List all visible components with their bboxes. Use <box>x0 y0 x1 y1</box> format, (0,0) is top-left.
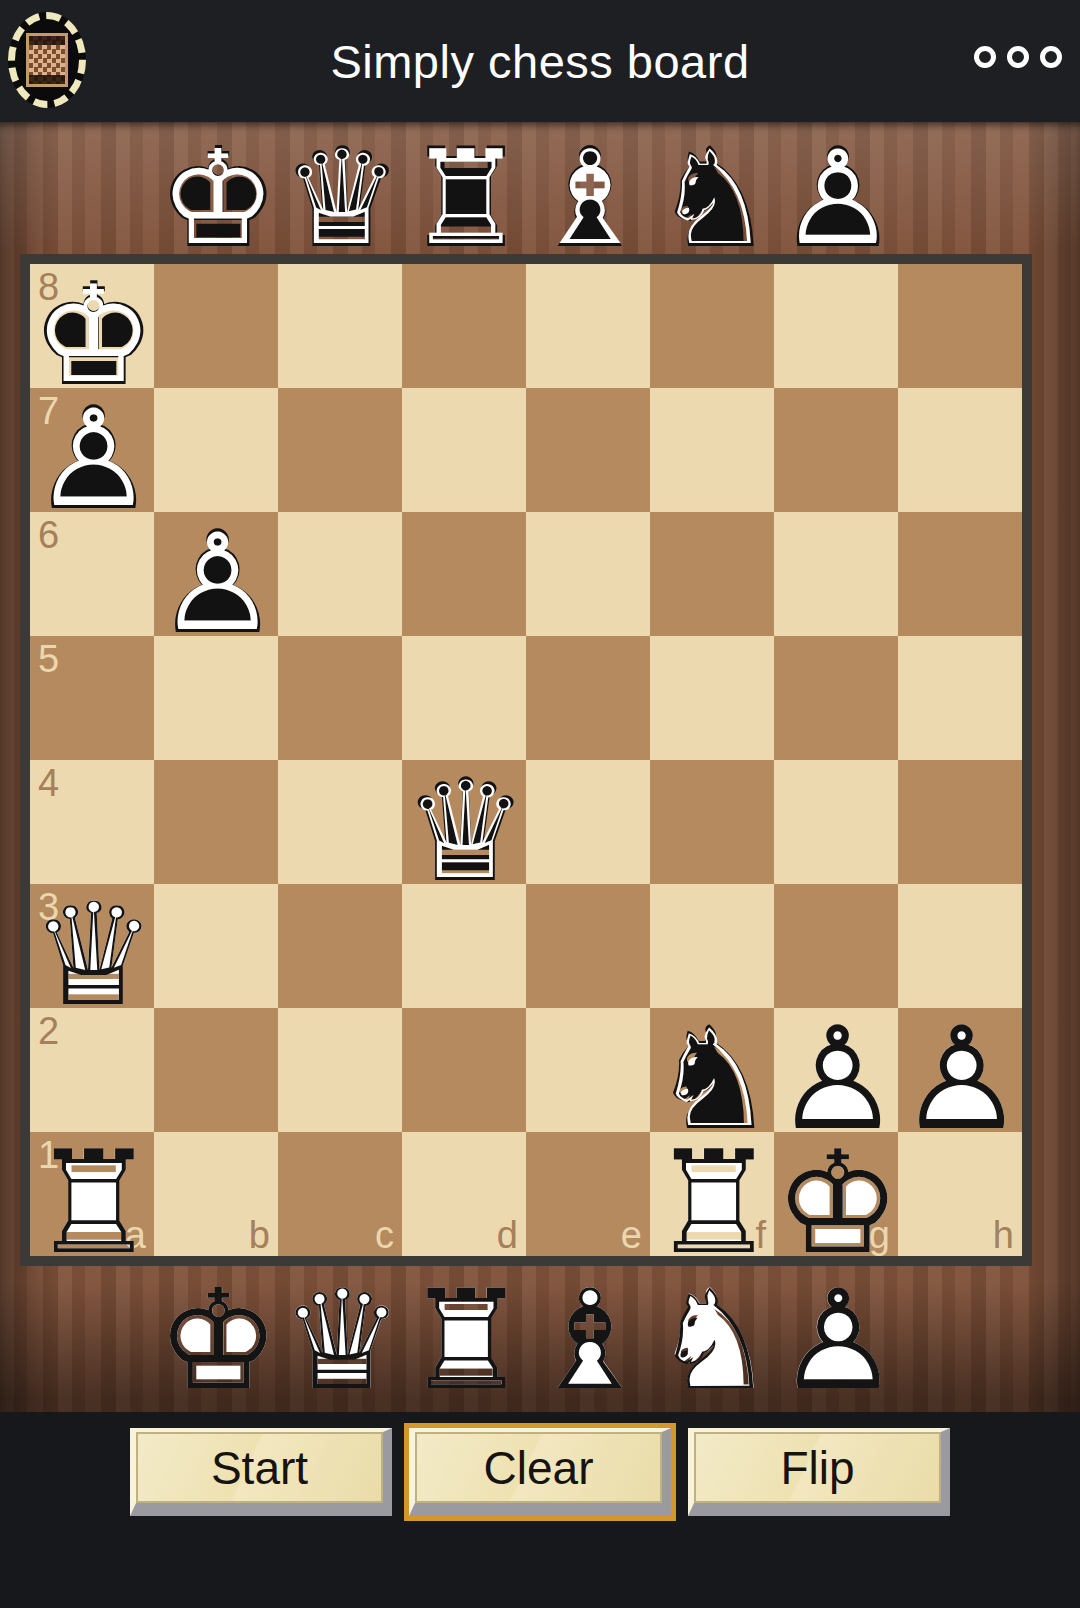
square-f8[interactable] <box>650 264 774 388</box>
flip-button[interactable]: Flip <box>688 1428 950 1516</box>
square-f4[interactable] <box>650 760 774 884</box>
start-button[interactable]: Start <box>130 1428 392 1516</box>
button-bar: Start Clear Flip <box>0 1428 1080 1516</box>
square-d8[interactable] <box>402 264 526 388</box>
square-h4[interactable] <box>898 760 1022 884</box>
square-e7[interactable] <box>526 388 650 512</box>
tray-white-knight[interactable]: ♞♘ <box>652 1272 776 1410</box>
square-b3[interactable] <box>154 884 278 1008</box>
square-g3[interactable] <box>774 884 898 1008</box>
square-h3[interactable] <box>898 884 1022 1008</box>
square-h1[interactable]: h <box>898 1132 1022 1256</box>
menu-dot-icon <box>1040 46 1062 68</box>
square-e2[interactable] <box>526 1008 650 1132</box>
square-a3[interactable]: 3♛♕ <box>30 884 154 1008</box>
black-knight: ♞♘ <box>650 1008 774 1132</box>
square-h2[interactable]: ♟♙ <box>898 1008 1022 1132</box>
square-b8[interactable] <box>154 264 278 388</box>
square-a1[interactable]: 1a♜♖ <box>30 1132 154 1256</box>
square-e4[interactable] <box>526 760 650 884</box>
square-g1[interactable]: g♚♔ <box>774 1132 898 1256</box>
square-f2[interactable]: ♞♘ <box>650 1008 774 1132</box>
square-b6[interactable]: ♟♙ <box>154 512 278 636</box>
white-queen: ♛♕ <box>30 884 154 1008</box>
square-a4[interactable]: 4 <box>30 760 154 884</box>
tray-white-pawn[interactable]: ♟♙ <box>776 1272 900 1410</box>
square-a2[interactable]: 2 <box>30 1008 154 1132</box>
square-d2[interactable] <box>402 1008 526 1132</box>
square-a8[interactable]: 8♚♔ <box>30 264 154 388</box>
white-bishop: ♝♗ <box>528 1272 652 1410</box>
black-queen: ♛♕ <box>280 130 404 268</box>
tray-white-bishop[interactable]: ♝♗ <box>528 1272 652 1410</box>
square-c4[interactable] <box>278 760 402 884</box>
menu-dot-icon <box>1007 46 1029 68</box>
tray-white-rook[interactable]: ♜♖ <box>404 1272 528 1410</box>
square-c1[interactable]: c <box>278 1132 402 1256</box>
square-b5[interactable] <box>154 636 278 760</box>
black-knight: ♞♘ <box>652 130 776 268</box>
board: 8♚♔7♟♙6♟♙54♛♕3♛♕2♞♘♟♙♟♙1a♜♖bcdef♜♖g♚♔h <box>30 264 1022 1256</box>
square-a5[interactable]: 5 <box>30 636 154 760</box>
square-c5[interactable] <box>278 636 402 760</box>
black-queen: ♛♕ <box>402 760 526 884</box>
tray-white-king[interactable]: ♚♔ <box>156 1272 280 1410</box>
file-label: h <box>993 1216 1014 1254</box>
square-e1[interactable]: e <box>526 1132 650 1256</box>
black-piece-tray: ♚♔♛♕♜♖♝♗♞♘♟♙ <box>156 130 900 250</box>
square-g6[interactable] <box>774 512 898 636</box>
square-b2[interactable] <box>154 1008 278 1132</box>
wood-frame: ♚♔♛♕♜♖♝♗♞♘♟♙ 8♚♔7♟♙6♟♙54♛♕3♛♕2♞♘♟♙♟♙1a♜♖… <box>0 122 1080 1412</box>
square-f5[interactable] <box>650 636 774 760</box>
square-d6[interactable] <box>402 512 526 636</box>
black-king: ♚♔ <box>30 264 154 388</box>
clear-button[interactable]: Clear <box>409 1428 671 1516</box>
black-king: ♚♔ <box>156 130 280 268</box>
black-pawn: ♟♙ <box>154 512 278 636</box>
square-f6[interactable] <box>650 512 774 636</box>
tray-black-king[interactable]: ♚♔ <box>156 130 280 268</box>
page-title: Simply chess board <box>0 34 1080 89</box>
title-bar: Simply chess board <box>0 0 1080 122</box>
file-label: b <box>249 1216 270 1254</box>
square-c6[interactable] <box>278 512 402 636</box>
rank-label: 5 <box>38 640 59 678</box>
square-g2[interactable]: ♟♙ <box>774 1008 898 1132</box>
square-b7[interactable] <box>154 388 278 512</box>
square-b1[interactable]: b <box>154 1132 278 1256</box>
rank-label: 6 <box>38 516 59 554</box>
black-rook: ♜♖ <box>404 130 528 268</box>
black-pawn: ♟♙ <box>776 130 900 268</box>
square-d4[interactable]: ♛♕ <box>402 760 526 884</box>
square-a6[interactable]: 6 <box>30 512 154 636</box>
square-c2[interactable] <box>278 1008 402 1132</box>
overflow-menu-button[interactable] <box>974 40 1062 74</box>
white-knight: ♞♘ <box>652 1272 776 1410</box>
square-e8[interactable] <box>526 264 650 388</box>
square-g8[interactable] <box>774 264 898 388</box>
square-e6[interactable] <box>526 512 650 636</box>
tray-black-rook[interactable]: ♜♖ <box>404 130 528 268</box>
square-d5[interactable] <box>402 636 526 760</box>
square-e5[interactable] <box>526 636 650 760</box>
tray-black-pawn[interactable]: ♟♙ <box>776 130 900 268</box>
rank-label: 4 <box>38 764 59 802</box>
white-rook: ♜♖ <box>30 1132 154 1256</box>
black-pawn: ♟♙ <box>30 388 154 512</box>
bottom-bar: Start Clear Flip <box>0 1412 1080 1608</box>
square-c3[interactable] <box>278 884 402 1008</box>
square-b4[interactable] <box>154 760 278 884</box>
white-king: ♚♔ <box>156 1272 280 1410</box>
square-h5[interactable] <box>898 636 1022 760</box>
white-piece-tray: ♚♔♛♕♜♖♝♗♞♘♟♙ <box>156 1272 900 1402</box>
square-f1[interactable]: f♜♖ <box>650 1132 774 1256</box>
square-d1[interactable]: d <box>402 1132 526 1256</box>
file-label: d <box>497 1216 518 1254</box>
square-d3[interactable] <box>402 884 526 1008</box>
white-pawn: ♟♙ <box>776 1272 900 1410</box>
rank-label: 2 <box>38 1012 59 1050</box>
square-a7[interactable]: 7♟♙ <box>30 388 154 512</box>
square-h8[interactable] <box>898 264 1022 388</box>
square-c7[interactable] <box>278 388 402 512</box>
white-pawn: ♟♙ <box>898 1008 1022 1132</box>
square-g7[interactable] <box>774 388 898 512</box>
tray-black-queen[interactable]: ♛♕ <box>280 130 404 268</box>
square-g5[interactable] <box>774 636 898 760</box>
square-g4[interactable] <box>774 760 898 884</box>
white-king: ♚♔ <box>774 1132 898 1256</box>
black-bishop: ♝♗ <box>528 130 652 268</box>
square-c8[interactable] <box>278 264 402 388</box>
square-f7[interactable] <box>650 388 774 512</box>
board-border: 8♚♔7♟♙6♟♙54♛♕3♛♕2♞♘♟♙♟♙1a♜♖bcdef♜♖g♚♔h <box>20 254 1032 1266</box>
square-d7[interactable] <box>402 388 526 512</box>
square-e3[interactable] <box>526 884 650 1008</box>
white-rook: ♜♖ <box>650 1132 774 1256</box>
white-pawn: ♟♙ <box>774 1008 898 1132</box>
square-h7[interactable] <box>898 388 1022 512</box>
square-f3[interactable] <box>650 884 774 1008</box>
white-rook: ♜♖ <box>404 1272 528 1410</box>
tray-white-queen[interactable]: ♛♕ <box>280 1272 404 1410</box>
square-h6[interactable] <box>898 512 1022 636</box>
tray-black-bishop[interactable]: ♝♗ <box>528 130 652 268</box>
menu-dot-icon <box>974 46 996 68</box>
tray-black-knight[interactable]: ♞♘ <box>652 130 776 268</box>
file-label: e <box>621 1216 642 1254</box>
file-label: c <box>375 1216 394 1254</box>
white-queen: ♛♕ <box>280 1272 404 1410</box>
